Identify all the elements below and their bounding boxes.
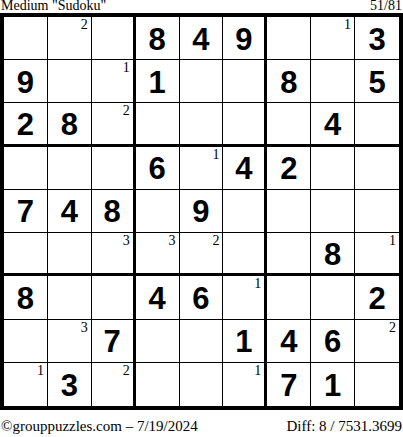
cell-value: 8 [280, 67, 297, 98]
cell-value: 1 [235, 326, 252, 357]
sudoku-cell[interactable] [223, 190, 267, 233]
sudoku-cell[interactable] [136, 103, 180, 146]
sudoku-cell[interactable] [136, 320, 180, 363]
sudoku-cell[interactable]: 3 [136, 233, 180, 276]
sudoku-cell[interactable]: 4 [136, 276, 180, 319]
pencil-mark: 1 [344, 17, 351, 32]
sudoku-cell[interactable] [267, 17, 311, 60]
cell-value: 9 [235, 24, 252, 55]
cell-value: 8 [17, 283, 34, 314]
sudoku-cell[interactable] [355, 103, 399, 146]
sudoku-cell[interactable] [4, 17, 48, 60]
sudoku-cell[interactable]: 8 [48, 103, 92, 146]
cell-value: 4 [148, 283, 165, 314]
cell-value: 9 [192, 196, 209, 227]
sudoku-cell[interactable]: 1 [311, 363, 355, 406]
sudoku-cell[interactable] [180, 363, 224, 406]
footer: ©grouppuzzles.com – 7/19/2024 Diff: 8 / … [0, 414, 403, 436]
cell-value: 6 [324, 326, 341, 357]
sudoku-cell[interactable]: 4 [267, 320, 311, 363]
sudoku-cell[interactable]: 3 [355, 17, 399, 60]
sudoku-cell[interactable] [267, 103, 311, 146]
sudoku-cell[interactable]: 8 [267, 60, 311, 103]
sudoku-cell[interactable]: 2 [4, 103, 48, 146]
sudoku-cell[interactable]: 1 [355, 233, 399, 276]
sudoku-cell[interactable]: 1 [311, 17, 355, 60]
sudoku-cell[interactable]: 3 [92, 233, 136, 276]
sudoku-cell[interactable]: 7 [4, 190, 48, 233]
sudoku-cell[interactable]: 2 [355, 276, 399, 319]
sudoku-cell[interactable] [180, 103, 224, 146]
sudoku-cell[interactable]: 4 [48, 190, 92, 233]
page-title: Medium "Sudoku" [0, 0, 106, 14]
sudoku-cell[interactable] [92, 147, 136, 190]
sudoku-cell[interactable] [311, 190, 355, 233]
difficulty-text: Diff: 8 / 7531.3699 [286, 416, 403, 436]
cell-value: 6 [148, 153, 165, 184]
cell-value: 4 [280, 326, 297, 357]
sudoku-cell[interactable]: 5 [355, 60, 399, 103]
pencil-mark: 2 [212, 233, 219, 248]
cell-value: 4 [324, 109, 341, 140]
sudoku-cell[interactable] [4, 147, 48, 190]
cell-value: 7 [280, 370, 297, 401]
cell-value: 5 [368, 67, 385, 98]
sudoku-cell[interactable]: 2 [267, 147, 311, 190]
pencil-mark: 2 [389, 320, 396, 335]
sudoku-cell[interactable] [48, 233, 92, 276]
sudoku-cell[interactable] [223, 60, 267, 103]
sudoku-cell[interactable] [4, 233, 48, 276]
sudoku-cell[interactable]: 2 [180, 233, 224, 276]
cell-value: 2 [280, 153, 297, 184]
cell-value: 2 [17, 109, 34, 140]
sudoku-cell[interactable]: 1 [92, 60, 136, 103]
sudoku-cell[interactable]: 6 [311, 320, 355, 363]
cell-value: 8 [148, 24, 165, 55]
pencil-mark: 1 [254, 276, 261, 291]
sudoku-cell[interactable] [48, 276, 92, 319]
cell-value: 3 [368, 24, 385, 55]
remaining-counter: 51/81 [370, 0, 403, 14]
pencil-mark: 1 [389, 233, 396, 248]
cell-value: 2 [368, 283, 385, 314]
sudoku-cell[interactable] [223, 233, 267, 276]
cell-value: 9 [17, 67, 34, 98]
sudoku-cell[interactable]: 9 [180, 190, 224, 233]
sudoku-cell[interactable] [267, 276, 311, 319]
sudoku-cell[interactable] [267, 233, 311, 276]
pencil-mark: 3 [169, 233, 176, 248]
sudoku-cell[interactable]: 9 [223, 17, 267, 60]
sudoku-cell[interactable] [48, 60, 92, 103]
header: Medium "Sudoku" 51/81 [0, 0, 403, 14]
sudoku-cell[interactable]: 8 [136, 17, 180, 60]
sudoku-cell[interactable]: 4 [223, 147, 267, 190]
cell-value: 8 [104, 196, 121, 227]
sudoku-cell[interactable] [311, 147, 355, 190]
cell-value: 4 [235, 153, 252, 184]
sudoku-cell[interactable] [355, 147, 399, 190]
sudoku-grid: 2849139118528246142748933281846123714621… [0, 13, 403, 410]
sudoku-cell[interactable]: 8 [311, 233, 355, 276]
sudoku-cell[interactable] [355, 363, 399, 406]
sudoku-cell[interactable]: 2 [92, 103, 136, 146]
sudoku-cell[interactable] [48, 147, 92, 190]
pencil-mark: 1 [123, 60, 130, 75]
sudoku-cell[interactable] [4, 320, 48, 363]
sudoku-cell[interactable]: 6 [136, 147, 180, 190]
cell-value: 1 [148, 67, 165, 98]
sudoku-cell[interactable]: 1 [223, 276, 267, 319]
pencil-mark: 1 [254, 363, 261, 378]
sudoku-cell[interactable]: 1 [223, 320, 267, 363]
sudoku-cell[interactable]: 4 [180, 17, 224, 60]
sudoku-cell[interactable] [180, 320, 224, 363]
sudoku-cell[interactable]: 3 [48, 320, 92, 363]
pencil-mark: 2 [123, 363, 130, 378]
sudoku-cell[interactable]: 3 [48, 363, 92, 406]
sudoku-cell[interactable] [180, 60, 224, 103]
sudoku-cell[interactable] [311, 276, 355, 319]
sudoku-cell[interactable]: 1 [136, 60, 180, 103]
sudoku-cell[interactable]: 6 [180, 276, 224, 319]
cell-value: 4 [61, 196, 78, 227]
sudoku-cell[interactable]: 8 [4, 276, 48, 319]
pencil-mark: 1 [212, 147, 219, 162]
cell-value: 1 [324, 370, 341, 401]
sudoku-cell[interactable] [92, 276, 136, 319]
sudoku-cell[interactable]: 4 [311, 103, 355, 146]
sudoku-cell[interactable]: 2 [355, 320, 399, 363]
pencil-mark: 2 [123, 103, 130, 118]
pencil-mark: 3 [81, 320, 88, 335]
sudoku-cell[interactable] [136, 190, 180, 233]
copyright-text: ©grouppuzzles.com – 7/19/2024 [0, 416, 198, 436]
cell-value: 6 [192, 283, 209, 314]
cell-value: 7 [104, 326, 121, 357]
sudoku-cell[interactable] [267, 190, 311, 233]
sudoku-cell[interactable] [355, 190, 399, 233]
sudoku-cell[interactable]: 2 [48, 17, 92, 60]
sudoku-cell[interactable] [92, 17, 136, 60]
sudoku-page: Medium "Sudoku" 51/81 284913911852824614… [0, 0, 403, 437]
sudoku-cell[interactable] [311, 60, 355, 103]
cell-value: 8 [324, 239, 341, 270]
sudoku-cell[interactable]: 2 [92, 363, 136, 406]
cell-value: 7 [17, 196, 34, 227]
cell-value: 4 [192, 24, 209, 55]
sudoku-cell[interactable]: 8 [92, 190, 136, 233]
sudoku-cell[interactable]: 9 [4, 60, 48, 103]
sudoku-cell[interactable]: 7 [92, 320, 136, 363]
cell-value: 8 [61, 109, 78, 140]
sudoku-cell[interactable] [136, 363, 180, 406]
pencil-mark: 3 [123, 233, 130, 248]
pencil-mark: 1 [37, 363, 44, 378]
sudoku-cell[interactable] [223, 103, 267, 146]
pencil-mark: 2 [81, 17, 88, 32]
sudoku-cell[interactable]: 1 [223, 363, 267, 406]
sudoku-cell[interactable]: 1 [4, 363, 48, 406]
sudoku-cell[interactable]: 1 [180, 147, 224, 190]
sudoku-cell[interactable]: 7 [267, 363, 311, 406]
cell-value: 3 [61, 370, 78, 401]
